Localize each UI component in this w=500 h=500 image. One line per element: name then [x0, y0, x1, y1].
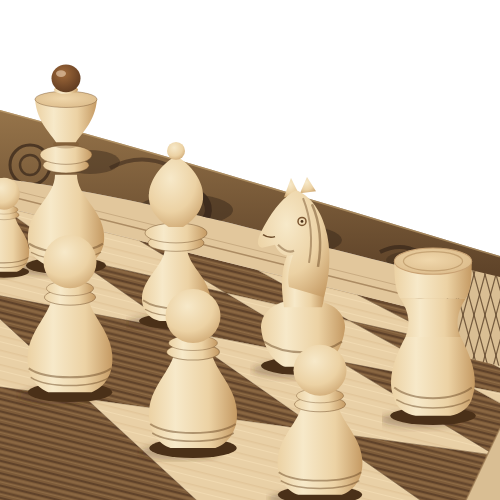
chess-piece-pawn-white-pawn-c [137, 286, 249, 462]
pieces-layer [0, 0, 500, 500]
chess-piece-pawn-white-pawn-d [266, 342, 374, 500]
chess-piece-rook-white-rook [382, 240, 484, 432]
chess-piece-pawn-white-pawn-a [16, 232, 124, 406]
photo-canvas [0, 0, 500, 500]
